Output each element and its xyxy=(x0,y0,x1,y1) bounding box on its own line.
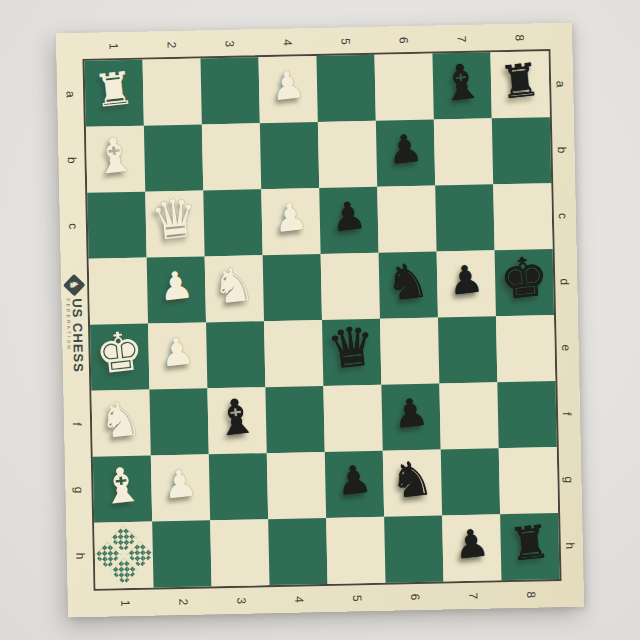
black-pawn: ♟ xyxy=(386,128,424,169)
coordinate-label: 3 xyxy=(212,589,270,612)
coordinate-label: f xyxy=(65,391,88,457)
coordinate-label: 4 xyxy=(270,588,328,611)
white-rook: ♜ xyxy=(91,65,136,114)
square-f6: ♟ xyxy=(381,384,440,451)
coordinate-label: 2 xyxy=(154,590,212,613)
coordinate-label: d xyxy=(553,249,576,315)
square-d4 xyxy=(263,254,322,321)
coordinate-label xyxy=(64,325,87,391)
square-d7: ♟ xyxy=(437,250,496,317)
square-g3 xyxy=(209,453,268,520)
coordinate-label: 8 xyxy=(490,26,548,49)
square-h3 xyxy=(210,519,269,586)
square-e7 xyxy=(438,316,497,383)
square-d5 xyxy=(321,253,380,320)
square-b3 xyxy=(202,123,261,190)
coordinate-label: g xyxy=(557,447,580,513)
black-pawn: ♟ xyxy=(329,196,367,237)
square-c4: ♟ xyxy=(261,188,320,255)
square-g7 xyxy=(441,448,500,515)
black-rook: ♜ xyxy=(507,518,552,567)
square-c3 xyxy=(203,189,262,256)
coordinate-label xyxy=(63,259,86,325)
square-a6 xyxy=(374,54,433,121)
black-queen: ♛ xyxy=(324,319,378,378)
square-a7: ♝ xyxy=(432,52,491,119)
white-pawn: ♟ xyxy=(161,463,199,504)
black-pawn: ♟ xyxy=(335,460,373,501)
square-c6 xyxy=(377,186,436,253)
square-f1: ♞ xyxy=(91,390,150,457)
square-b6: ♟ xyxy=(376,120,435,187)
square-e4 xyxy=(264,320,323,387)
black-bishop: ♝ xyxy=(213,391,261,443)
white-knight: ♞ xyxy=(97,393,145,445)
black-king: ♚ xyxy=(497,249,551,308)
square-e3 xyxy=(206,321,265,388)
square-a1: ♜ xyxy=(85,60,144,127)
white-pawn: ♟ xyxy=(157,265,195,306)
square-h6 xyxy=(384,515,443,582)
coordinate-label: 8 xyxy=(502,583,560,606)
coordinate-label: 2 xyxy=(142,33,200,56)
black-pawn: ♟ xyxy=(447,259,485,300)
coordinate-label: 7 xyxy=(432,27,490,50)
square-f4 xyxy=(265,386,324,453)
black-knight: ♞ xyxy=(388,453,436,505)
coordinate-label: b xyxy=(60,127,83,193)
square-a8: ♜ xyxy=(490,51,549,118)
square-f8 xyxy=(497,381,556,448)
black-pawn: ♟ xyxy=(452,523,490,564)
square-g1: ♝ xyxy=(93,456,152,523)
coordinate-label: 3 xyxy=(200,32,258,55)
square-g4 xyxy=(267,452,326,519)
square-d8: ♚ xyxy=(495,249,554,316)
square-c5: ♟ xyxy=(319,187,378,254)
coordinate-label: h xyxy=(558,513,581,579)
square-a3 xyxy=(200,57,259,124)
square-c7 xyxy=(435,184,494,251)
square-e2: ♟ xyxy=(148,322,207,389)
black-rook: ♜ xyxy=(497,56,542,105)
coordinate-label: 6 xyxy=(374,29,432,52)
coordinate-label: f xyxy=(555,381,578,447)
square-d1 xyxy=(89,258,148,325)
square-f3: ♝ xyxy=(207,387,266,454)
coordinate-label: 5 xyxy=(316,30,374,53)
coordinate-label: g xyxy=(67,457,90,523)
square-a2 xyxy=(143,58,202,125)
coordinate-label: b xyxy=(550,117,573,183)
coordinate-label: e xyxy=(554,315,577,381)
coordinate-label: 4 xyxy=(258,31,316,54)
square-e8 xyxy=(496,315,555,382)
white-knight: ♞ xyxy=(210,259,258,311)
square-f5 xyxy=(323,385,382,452)
black-pawn: ♟ xyxy=(392,392,430,433)
black-bishop: ♝ xyxy=(438,56,486,108)
square-d2: ♟ xyxy=(147,256,206,323)
white-pawn: ♟ xyxy=(272,197,310,238)
coordinate-label: h xyxy=(68,523,91,589)
square-e5: ♛ xyxy=(322,319,381,386)
square-g8 xyxy=(499,447,558,514)
square-f7 xyxy=(439,382,498,449)
white-bishop: ♝ xyxy=(91,129,139,181)
square-h2 xyxy=(152,520,211,587)
square-g5: ♟ xyxy=(325,451,384,518)
coordinate-label: 1 xyxy=(84,35,142,58)
coordinate-label: 5 xyxy=(328,587,386,610)
coordinate-label: 7 xyxy=(444,584,502,607)
photo-background: { "game": "chess", "position": { "fen": … xyxy=(0,0,640,640)
square-b8 xyxy=(492,117,551,184)
square-b4 xyxy=(260,122,319,189)
white-pawn: ♟ xyxy=(158,331,196,372)
square-e1: ♚ xyxy=(90,324,149,391)
vinyl-board-mat: 12345678 12345678 abcfgh abcdefgh ♜♟♝♜♝♟… xyxy=(56,23,584,618)
square-b1: ♝ xyxy=(86,126,145,193)
square-b5 xyxy=(318,121,377,188)
coordinate-label: 6 xyxy=(386,585,444,608)
square-h8: ♜ xyxy=(500,513,559,580)
coordinate-label: c xyxy=(551,183,574,249)
white-king: ♚ xyxy=(92,324,146,383)
square-h4 xyxy=(268,518,327,585)
coordinate-label: a xyxy=(59,61,82,127)
square-e6 xyxy=(380,318,439,385)
board: ♜♟♝♜♝♟♛♟♟♟♞♞♟♚♚♟♛♞♝♟♝♟♟♞♟♜ xyxy=(82,49,561,591)
square-f2 xyxy=(149,388,208,455)
square-a4: ♟ xyxy=(258,56,317,123)
black-knight: ♞ xyxy=(384,255,432,307)
square-d3: ♞ xyxy=(205,255,264,322)
white-bishop: ♝ xyxy=(98,459,146,511)
square-a5 xyxy=(316,55,375,122)
coordinate-label: a xyxy=(548,51,571,117)
square-b7 xyxy=(434,118,493,185)
square-g2: ♟ xyxy=(151,454,210,521)
coordinate-label: c xyxy=(61,193,84,259)
square-h5 xyxy=(326,517,385,584)
square-c1 xyxy=(87,192,146,259)
coordinate-label: 1 xyxy=(96,592,154,615)
square-c2: ♛ xyxy=(145,190,204,257)
square-c8 xyxy=(493,183,552,250)
white-pawn: ♟ xyxy=(269,65,307,106)
square-g6: ♞ xyxy=(383,449,442,516)
square-h7: ♟ xyxy=(442,514,501,581)
white-queen: ♛ xyxy=(148,191,202,250)
square-d6: ♞ xyxy=(379,252,438,319)
square-b2 xyxy=(144,124,203,191)
